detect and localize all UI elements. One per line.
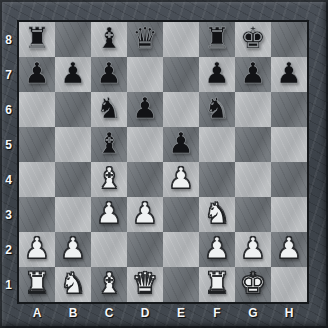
square-a4[interactable] xyxy=(19,162,55,197)
white-queen[interactable]: ♛ xyxy=(132,269,158,298)
square-d6[interactable]: ♟ xyxy=(127,92,163,127)
rank-label-1: 1 xyxy=(0,267,17,302)
square-g3[interactable] xyxy=(235,197,271,232)
file-label-b: B xyxy=(55,303,91,323)
black-knight[interactable]: ♞ xyxy=(204,94,230,123)
square-c8[interactable]: ♝ xyxy=(91,22,127,57)
square-c6[interactable]: ♞ xyxy=(91,92,127,127)
square-g2[interactable]: ♟ xyxy=(235,232,271,267)
square-f8[interactable]: ♜ xyxy=(199,22,235,57)
square-b7[interactable]: ♟ xyxy=(55,57,91,92)
file-label-h: H xyxy=(271,303,307,323)
square-d8[interactable]: ♛ xyxy=(127,22,163,57)
square-a6[interactable] xyxy=(19,92,55,127)
rank-labels: 87654321 xyxy=(0,22,17,302)
square-g8[interactable]: ♚ xyxy=(235,22,271,57)
white-pawn[interactable]: ♟ xyxy=(276,234,302,263)
white-king[interactable]: ♚ xyxy=(240,269,266,298)
rank-label-7: 7 xyxy=(0,57,17,92)
square-g5[interactable] xyxy=(235,127,271,162)
square-c4[interactable]: ♝ xyxy=(91,162,127,197)
square-f7[interactable]: ♟ xyxy=(199,57,235,92)
square-a5[interactable] xyxy=(19,127,55,162)
rank-label-4: 4 xyxy=(0,162,17,197)
square-f4[interactable] xyxy=(199,162,235,197)
white-bishop[interactable]: ♝ xyxy=(96,269,122,298)
black-pawn[interactable]: ♟ xyxy=(96,59,122,88)
square-c2[interactable] xyxy=(91,232,127,267)
square-e5[interactable]: ♟ xyxy=(163,127,199,162)
square-b8[interactable] xyxy=(55,22,91,57)
square-e1[interactable] xyxy=(163,267,199,302)
black-queen[interactable]: ♛ xyxy=(132,24,158,53)
white-pawn[interactable]: ♟ xyxy=(60,234,86,263)
square-e6[interactable] xyxy=(163,92,199,127)
white-bishop[interactable]: ♝ xyxy=(96,164,122,193)
square-c1[interactable]: ♝ xyxy=(91,267,127,302)
white-knight[interactable]: ♞ xyxy=(204,199,230,228)
square-g6[interactable] xyxy=(235,92,271,127)
file-label-f: F xyxy=(199,303,235,323)
square-h3[interactable] xyxy=(271,197,307,232)
square-a1[interactable]: ♜ xyxy=(19,267,55,302)
square-h8[interactable] xyxy=(271,22,307,57)
square-f2[interactable]: ♟ xyxy=(199,232,235,267)
black-pawn[interactable]: ♟ xyxy=(60,59,86,88)
square-c7[interactable]: ♟ xyxy=(91,57,127,92)
square-c5[interactable]: ♝ xyxy=(91,127,127,162)
square-d4[interactable] xyxy=(127,162,163,197)
square-a8[interactable]: ♜ xyxy=(19,22,55,57)
black-knight[interactable]: ♞ xyxy=(96,94,122,123)
square-d3[interactable]: ♟ xyxy=(127,197,163,232)
square-f3[interactable]: ♞ xyxy=(199,197,235,232)
square-h4[interactable] xyxy=(271,162,307,197)
square-d7[interactable] xyxy=(127,57,163,92)
square-f6[interactable]: ♞ xyxy=(199,92,235,127)
rank-label-5: 5 xyxy=(0,127,17,162)
square-a3[interactable] xyxy=(19,197,55,232)
square-e7[interactable] xyxy=(163,57,199,92)
white-pawn[interactable]: ♟ xyxy=(204,234,230,263)
square-h6[interactable] xyxy=(271,92,307,127)
file-label-c: C xyxy=(91,303,127,323)
black-king[interactable]: ♚ xyxy=(240,24,266,53)
square-b4[interactable] xyxy=(55,162,91,197)
square-b6[interactable] xyxy=(55,92,91,127)
black-pawn[interactable]: ♟ xyxy=(276,59,302,88)
board-frame: 87654321 ♜♝♛♜♚♟♟♟♟♟♟♞♟♞♝♟♝♟♟♟♞♟♟♟♟♟♜♞♝♛♜… xyxy=(0,0,328,328)
square-b5[interactable] xyxy=(55,127,91,162)
white-knight[interactable]: ♞ xyxy=(60,269,86,298)
file-label-g: G xyxy=(235,303,271,323)
square-e8[interactable] xyxy=(163,22,199,57)
square-a2[interactable]: ♟ xyxy=(19,232,55,267)
white-pawn[interactable]: ♟ xyxy=(132,199,158,228)
square-h1[interactable] xyxy=(271,267,307,302)
file-label-a: A xyxy=(19,303,55,323)
square-e3[interactable] xyxy=(163,197,199,232)
square-c3[interactable]: ♟ xyxy=(91,197,127,232)
square-d1[interactable]: ♛ xyxy=(127,267,163,302)
square-g1[interactable]: ♚ xyxy=(235,267,271,302)
rank-label-3: 3 xyxy=(0,197,17,232)
square-h5[interactable] xyxy=(271,127,307,162)
square-g7[interactable]: ♟ xyxy=(235,57,271,92)
square-h7[interactable]: ♟ xyxy=(271,57,307,92)
square-e2[interactable] xyxy=(163,232,199,267)
white-rook[interactable]: ♜ xyxy=(24,269,50,298)
square-e4[interactable]: ♟ xyxy=(163,162,199,197)
black-rook[interactable]: ♜ xyxy=(24,24,50,53)
square-d2[interactable] xyxy=(127,232,163,267)
square-g4[interactable] xyxy=(235,162,271,197)
black-pawn[interactable]: ♟ xyxy=(204,59,230,88)
white-pawn[interactable]: ♟ xyxy=(96,199,122,228)
file-label-e: E xyxy=(163,303,199,323)
black-bishop[interactable]: ♝ xyxy=(96,129,122,158)
black-pawn[interactable]: ♟ xyxy=(24,59,50,88)
white-pawn[interactable]: ♟ xyxy=(240,234,266,263)
square-b1[interactable]: ♞ xyxy=(55,267,91,302)
square-h2[interactable]: ♟ xyxy=(271,232,307,267)
black-bishop[interactable]: ♝ xyxy=(96,24,122,53)
square-b2[interactable]: ♟ xyxy=(55,232,91,267)
white-rook[interactable]: ♜ xyxy=(204,269,230,298)
white-pawn[interactable]: ♟ xyxy=(24,234,50,263)
black-pawn[interactable]: ♟ xyxy=(240,59,266,88)
square-f1[interactable]: ♜ xyxy=(199,267,235,302)
square-d5[interactable] xyxy=(127,127,163,162)
rank-label-8: 8 xyxy=(0,22,17,57)
rank-label-2: 2 xyxy=(0,232,17,267)
square-a7[interactable]: ♟ xyxy=(19,57,55,92)
black-pawn[interactable]: ♟ xyxy=(132,94,158,123)
square-f5[interactable] xyxy=(199,127,235,162)
file-label-d: D xyxy=(127,303,163,323)
file-labels: ABCDEFGH xyxy=(19,303,307,323)
white-pawn[interactable]: ♟ xyxy=(168,164,194,193)
black-pawn[interactable]: ♟ xyxy=(168,129,194,158)
black-rook[interactable]: ♜ xyxy=(204,24,230,53)
square-b3[interactable] xyxy=(55,197,91,232)
rank-label-6: 6 xyxy=(0,92,17,127)
chess-board[interactable]: ♜♝♛♜♚♟♟♟♟♟♟♞♟♞♝♟♝♟♟♟♞♟♟♟♟♟♜♞♝♛♜♚ xyxy=(17,20,309,304)
